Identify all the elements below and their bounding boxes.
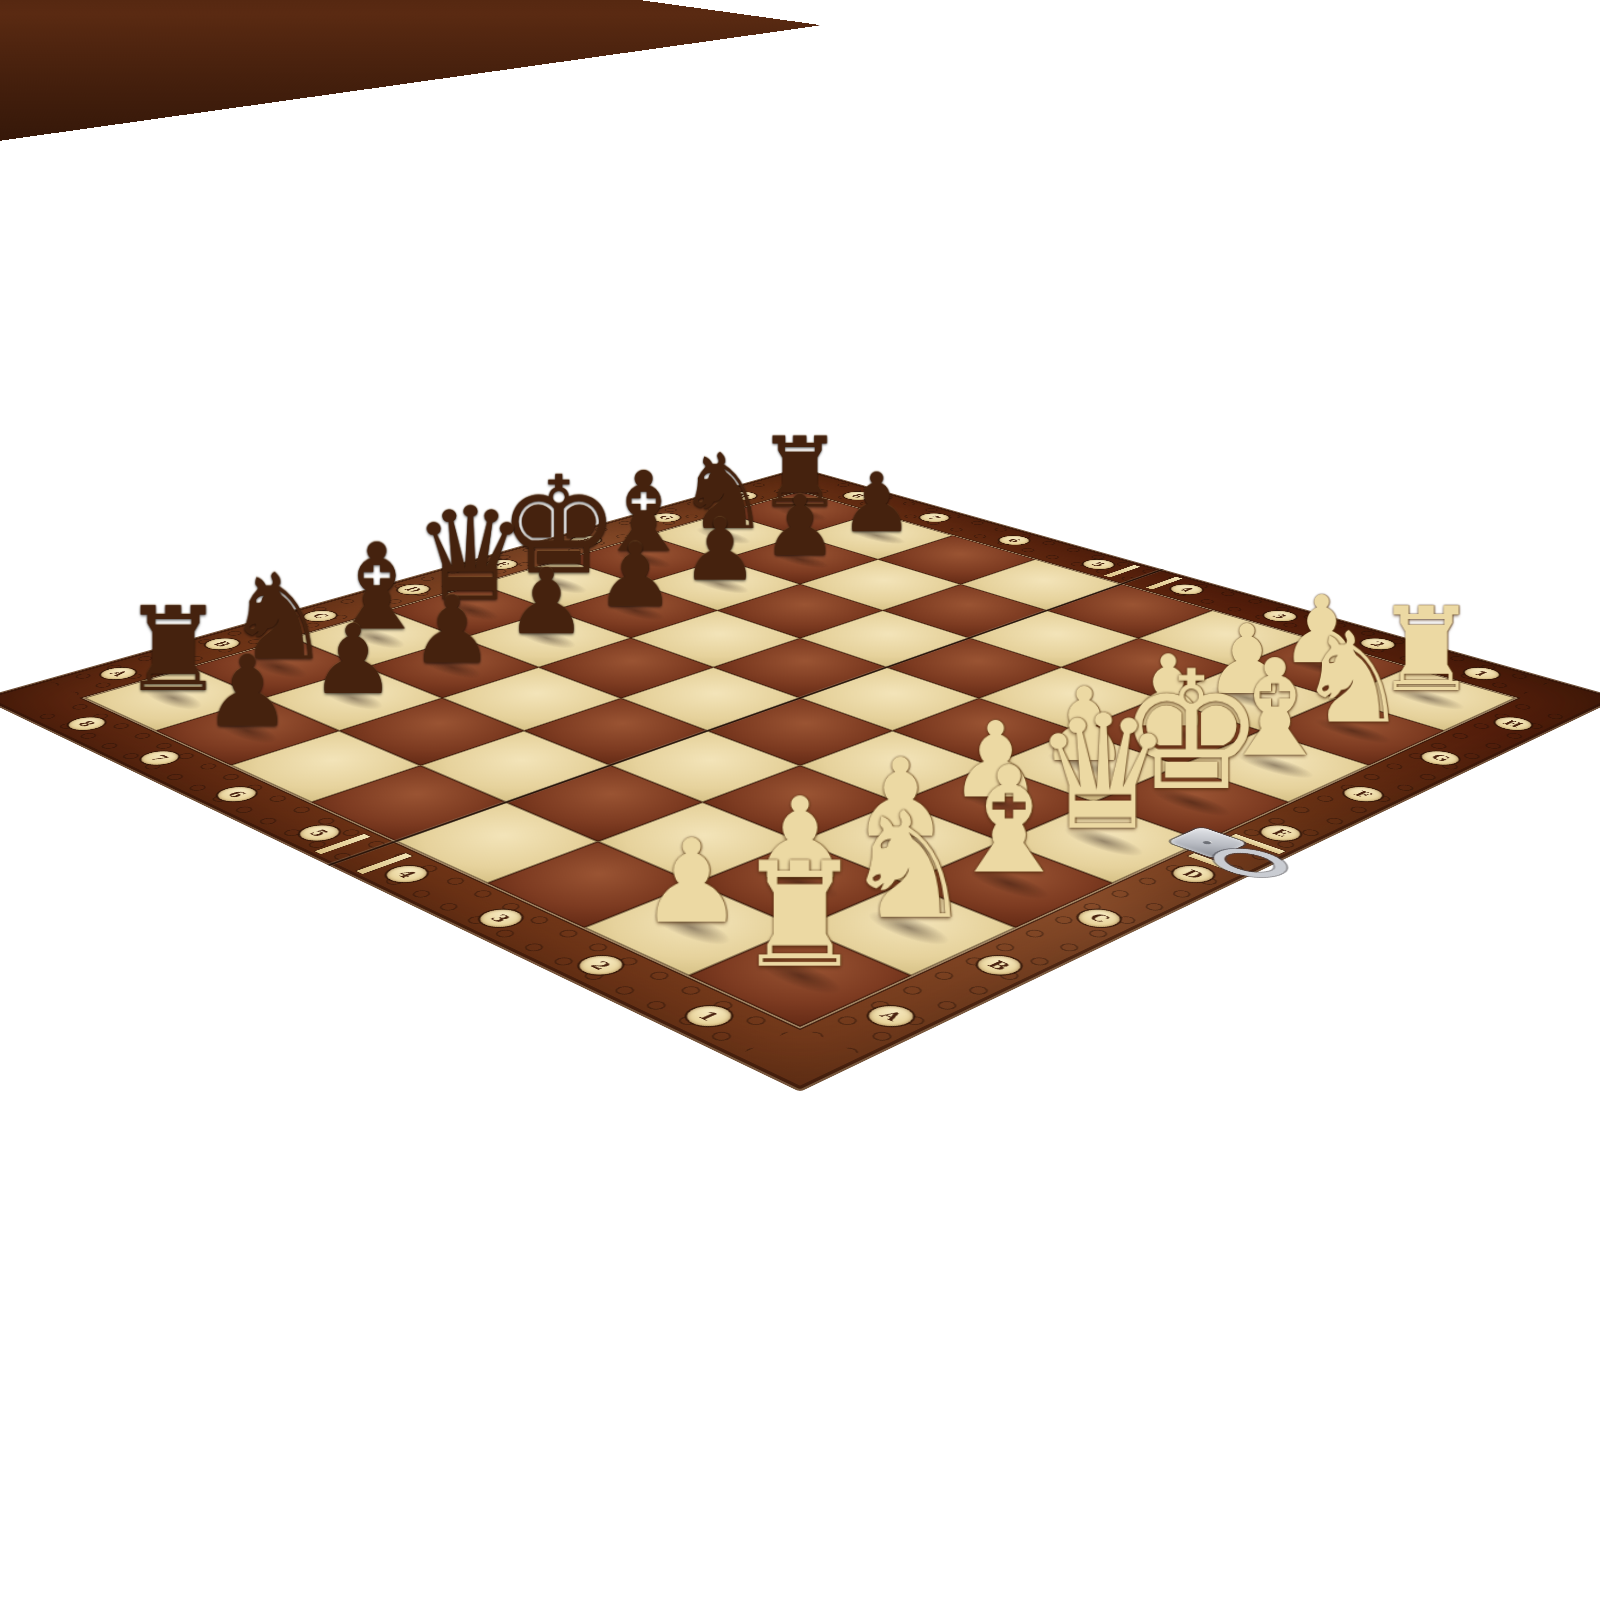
number-label-4: 4 xyxy=(1165,583,1208,597)
pieces-layer: ♜♞♝♛♚♝♞♜♟♟♟♟♟♟♟♟♟♟♟♟♟♟♟♟♜♞♝♛♚♝♞♜ xyxy=(84,491,1515,1026)
pawn-glyph: ♟ xyxy=(762,484,837,568)
pawn-glyph: ♟ xyxy=(310,612,396,708)
number-label-7: 7 xyxy=(914,512,954,524)
pawn-glyph: ♟ xyxy=(596,531,675,619)
pawn-glyph: ♟ xyxy=(681,507,758,593)
board-slab-side xyxy=(0,0,822,180)
number-label-6: 6 xyxy=(994,534,1035,547)
pawn-glyph: ♟ xyxy=(505,557,586,648)
pawn-glyph: ♟ xyxy=(840,462,913,544)
rook-glyph: ♜ xyxy=(735,843,865,988)
pawn-glyph: ♟ xyxy=(410,584,494,677)
pawn-glyph: ♟ xyxy=(640,824,744,940)
chess-board: 87654321 87654321 HGFEDCBA HGFEDCBA ♜♞♝♛… xyxy=(0,468,1600,1093)
pawn-glyph: ♟ xyxy=(203,642,292,741)
photo-stage: 87654321 87654321 HGFEDCBA HGFEDCBA ♜♞♝♛… xyxy=(0,0,1600,1600)
number-label-5: 5 xyxy=(1077,558,1119,571)
